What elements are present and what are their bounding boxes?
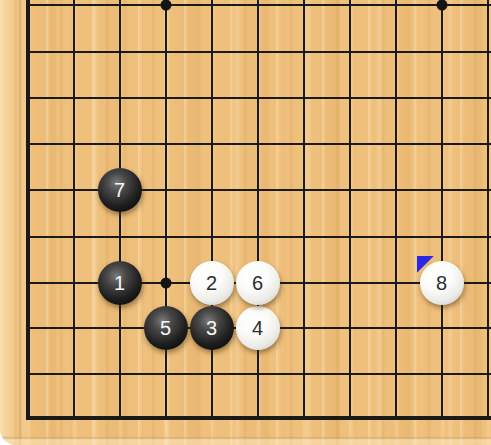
stone-black-1[interactable]: 1 [98, 261, 142, 305]
board-bottom-edge-line [26, 416, 491, 420]
grid-line-vertical [349, 0, 351, 420]
grid-line-horizontal [26, 143, 491, 145]
stone-move-number: 6 [252, 273, 263, 293]
board-left-edge-line [26, 0, 30, 420]
stone-move-number: 4 [252, 318, 263, 338]
stone-move-number: 5 [160, 318, 171, 338]
grid-line-horizontal [26, 236, 491, 238]
grid-line-horizontal [26, 51, 491, 53]
grid-line-horizontal [26, 4, 491, 6]
stone-black-7[interactable]: 7 [98, 168, 142, 212]
grid-line-horizontal [26, 97, 491, 99]
grid-line-vertical [73, 0, 75, 420]
stone-black-3[interactable]: 3 [190, 306, 234, 350]
star-point-D10 [160, 0, 171, 11]
stone-white-4[interactable]: 4 [236, 306, 280, 350]
stone-move-number: 3 [206, 318, 217, 338]
stone-white-6[interactable]: 6 [236, 261, 280, 305]
stone-move-number: 7 [114, 180, 125, 200]
grid-line-horizontal [26, 373, 491, 375]
star-point-K10 [436, 0, 447, 11]
stone-white-8[interactable]: 8 [420, 261, 464, 305]
stone-move-number: 8 [436, 273, 447, 293]
star-point-D4 [160, 277, 171, 288]
grid-line-vertical [303, 0, 305, 420]
grid-line-vertical [211, 0, 213, 420]
board-bottom-bevel [0, 437, 491, 445]
board-left-bevel [0, 0, 21, 445]
stone-black-5[interactable]: 5 [144, 306, 188, 350]
grid-line-vertical [257, 0, 259, 420]
grid-line-vertical [395, 0, 397, 420]
grid-line-vertical [441, 0, 443, 420]
grid-line-vertical [165, 0, 167, 420]
grid-line-horizontal [26, 189, 491, 191]
stone-white-2[interactable]: 2 [190, 261, 234, 305]
stone-move-number: 2 [206, 273, 217, 293]
grid-line-vertical [487, 0, 489, 420]
go-board[interactable]: 12345678 [0, 0, 491, 445]
stone-move-number: 1 [114, 273, 125, 293]
